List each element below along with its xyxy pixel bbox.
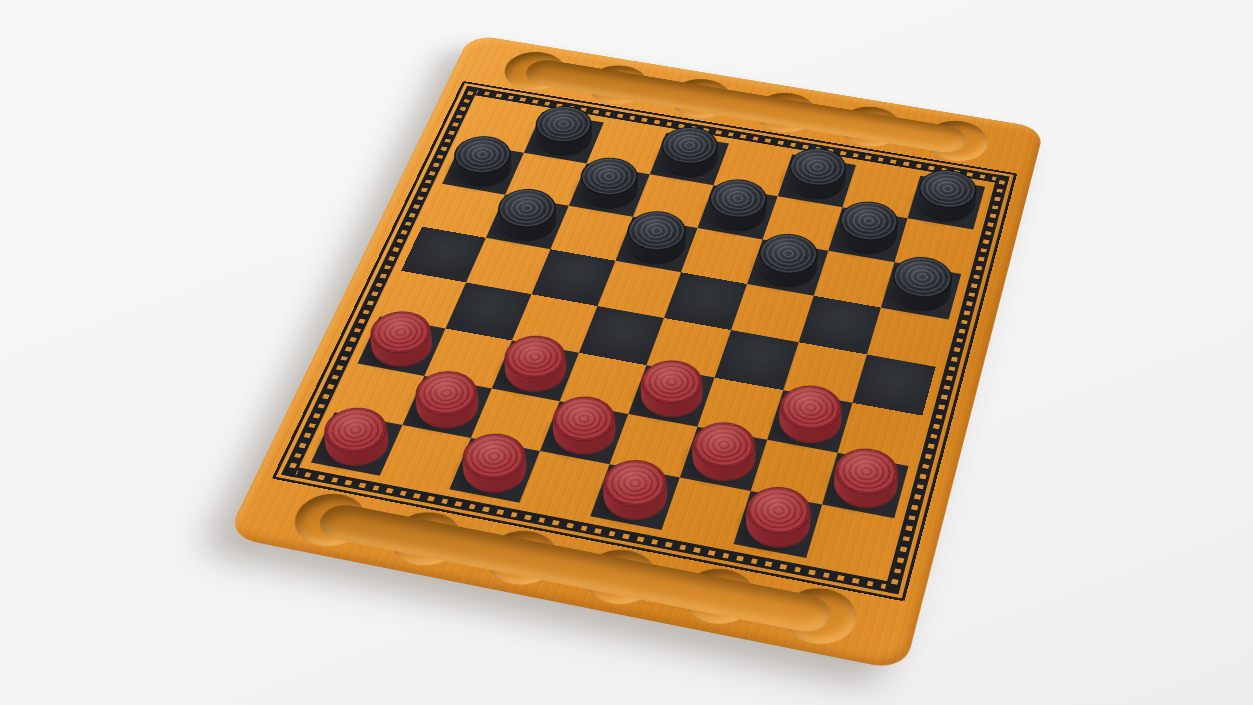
checker-black[interactable]: [913, 180, 979, 226]
checker-red[interactable]: [828, 457, 902, 513]
square-r1-c8[interactable]: [908, 176, 986, 230]
checker-black[interactable]: [887, 266, 956, 315]
checker-black[interactable]: [753, 243, 822, 291]
checker-black[interactable]: [656, 137, 724, 182]
checker-black[interactable]: [448, 146, 518, 191]
checker-black[interactable]: [703, 189, 772, 235]
checker-red[interactable]: [686, 431, 761, 486]
square-r8-c7[interactable]: [734, 491, 823, 558]
checker-red[interactable]: [409, 380, 485, 433]
render-background: [0, 0, 1253, 705]
checker-red[interactable]: [635, 370, 709, 423]
checker-red[interactable]: [318, 417, 396, 471]
square-r3-c4[interactable]: [615, 217, 697, 272]
checker-black[interactable]: [530, 116, 598, 160]
checker-black[interactable]: [834, 211, 902, 258]
checker-red[interactable]: [773, 395, 846, 449]
wooden-board-surface: [226, 34, 1044, 671]
checker-red[interactable]: [740, 496, 816, 553]
checker-black[interactable]: [492, 199, 563, 246]
checker-black[interactable]: [575, 167, 644, 213]
square-r3-c8[interactable]: [881, 262, 961, 319]
checker-black[interactable]: [621, 221, 691, 268]
checker-black[interactable]: [783, 158, 850, 203]
checker-red[interactable]: [597, 469, 674, 525]
checkers-board: [226, 34, 1044, 671]
checker-red[interactable]: [546, 406, 622, 460]
square-r7-c8[interactable]: [822, 453, 908, 518]
square-r3-c6[interactable]: [747, 239, 828, 295]
checker-red[interactable]: [498, 345, 573, 397]
checker-red[interactable]: [364, 321, 439, 372]
checker-red[interactable]: [456, 443, 533, 498]
